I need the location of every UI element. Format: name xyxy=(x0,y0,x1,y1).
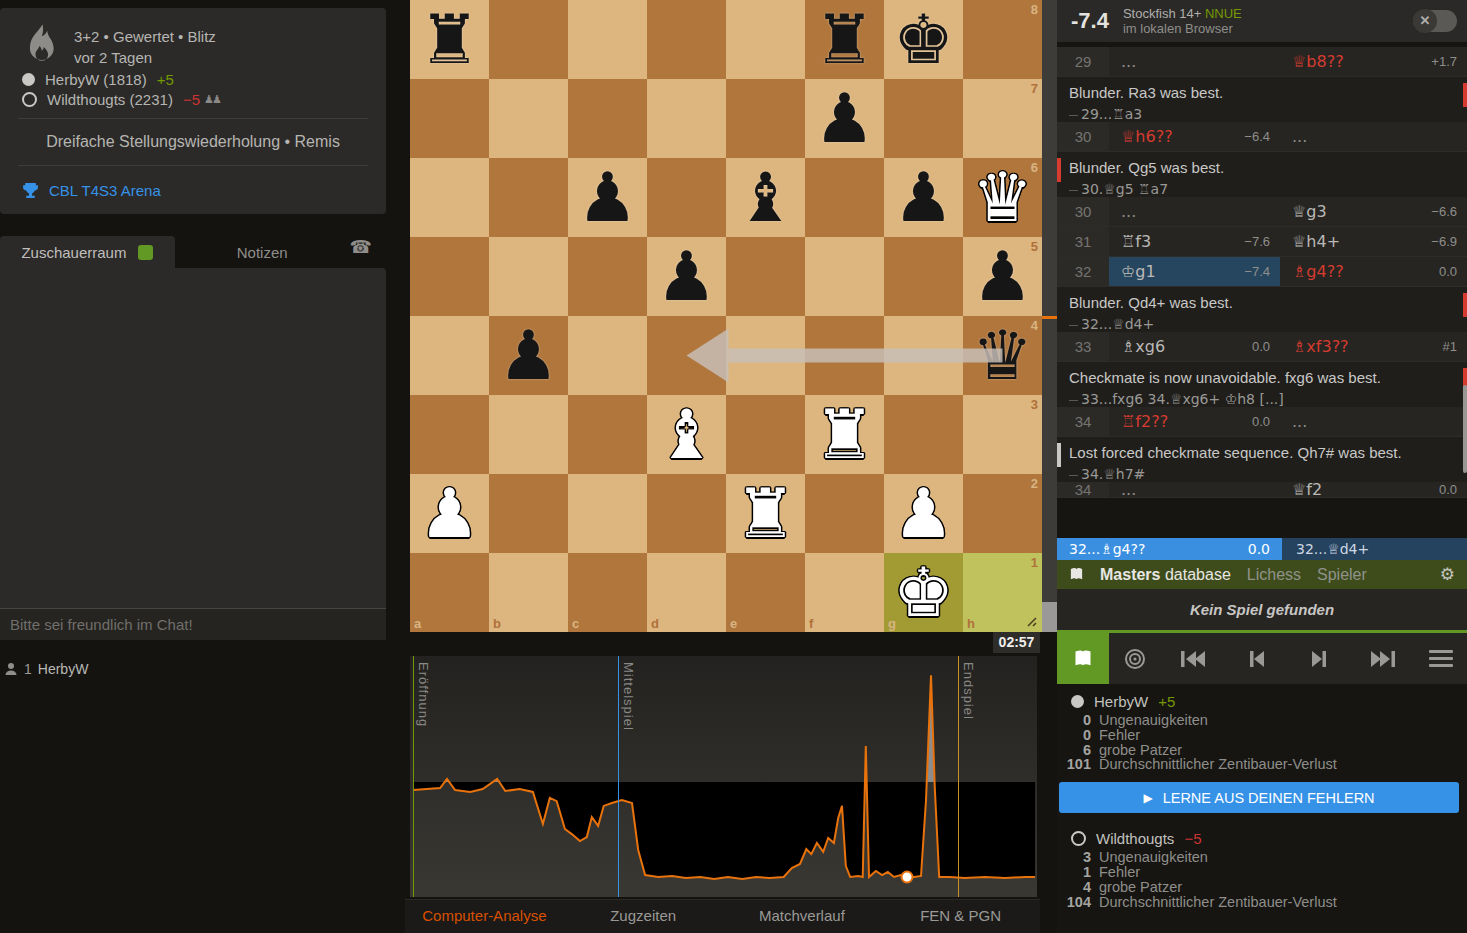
white-player-line[interactable]: HerbyW (1818) +5 xyxy=(0,68,386,88)
target-icon xyxy=(1124,648,1146,670)
pawns-icon: ♟♟ xyxy=(204,93,220,106)
black-stats-change: −5 xyxy=(1184,831,1201,846)
square-h4[interactable]: ♛4 xyxy=(963,316,1042,395)
database-empty-message: Kein Spiel gefunden xyxy=(1057,589,1467,633)
square-a7[interactable] xyxy=(410,79,489,158)
stat-label: Ungenauigkeiten xyxy=(1099,850,1208,865)
engine-name: Stockfish 14+ NNUE im lokalen Browser xyxy=(1123,6,1399,36)
move-number: 34 xyxy=(1057,482,1109,497)
file-label-f: f xyxy=(809,616,813,631)
black-player-name: Wildthougts (2231) xyxy=(47,91,173,108)
square-a6[interactable] xyxy=(410,158,489,237)
square-d7[interactable] xyxy=(647,79,726,158)
move-eval: −6.6 xyxy=(1431,204,1457,219)
white-move-cell[interactable]: ♕h6??−6.4 xyxy=(1109,122,1280,151)
rank-label-7: 7 xyxy=(1031,81,1038,96)
menu-button[interactable] xyxy=(1415,633,1467,684)
move-eval: 0.0 xyxy=(1252,414,1270,429)
bottom-toolbar xyxy=(1057,633,1467,684)
engine-name-text: Stockfish 14+ xyxy=(1123,6,1201,21)
square-f6[interactable] xyxy=(805,158,884,237)
skip-to-end-icon xyxy=(1369,650,1397,668)
move-number: 29 xyxy=(1057,47,1109,76)
file-label-g: g xyxy=(888,616,896,631)
piece-black-pawn-g6[interactable]: ♟ xyxy=(884,158,963,237)
phase-line-eröffnung xyxy=(413,656,414,897)
square-a5[interactable] xyxy=(410,237,489,316)
first-move-button[interactable] xyxy=(1161,633,1225,684)
person-icon xyxy=(4,662,18,676)
phase-label: Mittelspiel xyxy=(621,662,636,731)
square-e8[interactable] xyxy=(726,0,805,79)
square-b3[interactable] xyxy=(489,395,568,474)
square-d2[interactable] xyxy=(647,474,726,553)
stat-value: 1 xyxy=(1057,865,1091,880)
annotation-comment: Blunder. Qd4+ was best.32...♕d4+ xyxy=(1057,287,1467,332)
black-disc-icon xyxy=(22,92,37,107)
move-san: ♖f3 xyxy=(1121,232,1151,251)
square-a8[interactable]: ♜ xyxy=(410,0,489,79)
file-label-b: b xyxy=(493,616,501,631)
divider xyxy=(18,118,368,119)
move-eval: #1 xyxy=(1443,339,1457,354)
next-move-button[interactable] xyxy=(1288,633,1352,684)
square-g6[interactable]: ♟ xyxy=(884,158,963,237)
move-san: ♗xf3?? xyxy=(1292,337,1349,356)
clock: 02:57 xyxy=(993,632,1040,653)
square-c6[interactable]: ♟ xyxy=(568,158,647,237)
step-forward-icon xyxy=(1311,650,1329,668)
stat-value: 104 xyxy=(1057,895,1091,910)
square-e6[interactable]: ♝ xyxy=(726,158,805,237)
white-player-stats: HerbyW +5 0Ungenauigkeiten0Fehler6grobe … xyxy=(1057,684,1467,772)
move-san: ... xyxy=(1292,127,1307,146)
annotation-comment: Lost forced checkmate sequence. Qh7# was… xyxy=(1057,437,1467,482)
practice-target-button[interactable] xyxy=(1109,633,1161,684)
white-move-cell[interactable]: ... xyxy=(1109,197,1280,226)
stat-line: 0Fehler xyxy=(1057,728,1467,743)
engine-nnue-badge: NNUE xyxy=(1205,6,1242,21)
black-move-cell[interactable]: ♕h4+−6.9 xyxy=(1280,227,1467,256)
move-san: ... xyxy=(1292,412,1307,431)
phase-label: Eröffnung xyxy=(416,662,431,727)
move-san: ♗g4?? xyxy=(1292,262,1344,281)
analysis-panel: -7.4 Stockfish 14+ NNUE im lokalen Brows… xyxy=(1057,0,1467,933)
square-c1[interactable]: c xyxy=(568,553,647,632)
square-d3[interactable]: ♝ xyxy=(647,395,726,474)
white-move-cell[interactable]: ... xyxy=(1109,47,1280,76)
rank-label-1: 1 xyxy=(1031,555,1038,570)
rank-label-6: 6 xyxy=(1031,160,1038,175)
square-h6[interactable]: ♛6 xyxy=(963,158,1042,237)
context-current-move[interactable]: 32...♗g4?? 0.0 xyxy=(1057,538,1282,560)
rank-label-2: 2 xyxy=(1031,476,1038,491)
stat-line: 104Durchschnittlicher Zentibauer-Verlust xyxy=(1057,895,1467,910)
move-row-31: 31♖f3−7.6♕h4+−6.9 xyxy=(1057,227,1467,257)
stat-value: 4 xyxy=(1057,880,1091,895)
square-h8[interactable]: 8 xyxy=(963,0,1042,79)
move-eval: −6.4 xyxy=(1244,129,1270,144)
white-move-cell[interactable]: ♔g1−7.4 xyxy=(1109,257,1280,286)
learn-from-mistakes-button[interactable]: ▶ LERNE AUS DEINEN FEHLERN xyxy=(1059,782,1459,813)
chess-board[interactable]: ♜♜♚8♟7♟♝♟♛6♟♟5♟♛4♝♜3♟♜♟2abcdef♚gh1 xyxy=(410,0,1042,632)
divider xyxy=(18,165,368,166)
square-h2[interactable]: 2 xyxy=(963,474,1042,553)
move-san: ♕b8?? xyxy=(1292,52,1344,71)
move-san: ... xyxy=(1121,52,1136,71)
opening-book-button[interactable] xyxy=(1057,633,1109,684)
current-move-dot xyxy=(901,870,914,883)
piece-black-rook-a8[interactable]: ♜ xyxy=(410,0,489,79)
move-san: ♖f2?? xyxy=(1121,412,1168,431)
stat-line: 3Ungenauigkeiten xyxy=(1057,850,1467,865)
piece-black-pawn-b4[interactable]: ♟ xyxy=(489,316,568,395)
comment-text: Lost forced checkmate sequence. Qh7# was… xyxy=(1069,444,1455,461)
stat-label: Durchschnittlicher Zentibauer-Verlust xyxy=(1099,757,1337,772)
square-b2[interactable] xyxy=(489,474,568,553)
stat-label: grobe Patzer xyxy=(1099,880,1182,895)
move-san: ♕g3 xyxy=(1292,202,1327,221)
square-h7[interactable]: 7 xyxy=(963,79,1042,158)
variation-line[interactable]: 34.♕h7# xyxy=(1069,466,1455,482)
piece-black-bishop-e6[interactable]: ♝ xyxy=(726,158,805,237)
stat-label: Durchschnittlicher Zentibauer-Verlust xyxy=(1099,895,1337,910)
chat-members-row: 1 HerbyW xyxy=(4,658,384,680)
move-eval: 0.0 xyxy=(1439,482,1457,497)
move-san: ... xyxy=(1121,202,1136,221)
move-row-30: 30...♕g3−6.6 xyxy=(1057,197,1467,227)
members-count: 1 xyxy=(24,661,32,677)
square-f5[interactable] xyxy=(805,237,884,316)
piece-white-pawn-g2[interactable]: ♟ xyxy=(884,474,963,553)
move-eval: −7.4 xyxy=(1244,264,1270,279)
square-c4[interactable] xyxy=(568,316,647,395)
white-stats-change: +5 xyxy=(1158,694,1175,709)
move-san: ... xyxy=(1121,482,1136,498)
play-icon: ▶ xyxy=(1143,791,1152,805)
black-move-cell[interactable]: ... xyxy=(1280,122,1467,151)
phase-line-endspiel xyxy=(958,656,959,897)
context-current-eval: 0.0 xyxy=(1248,541,1270,557)
black-move-cell[interactable]: ♕b8??+1.7 xyxy=(1280,47,1467,76)
last-move-button[interactable] xyxy=(1352,633,1416,684)
move-san: ♕f2 xyxy=(1292,482,1322,498)
learn-button-label: LERNE AUS DEINEN FEHLERN xyxy=(1163,790,1375,806)
move-eval: −7.6 xyxy=(1244,234,1270,249)
square-d5[interactable]: ♟ xyxy=(647,237,726,316)
move-row-34: 34...♕f20.0 xyxy=(1057,482,1467,498)
database-header: Masters database Lichess Spieler ⚙ xyxy=(1057,560,1467,589)
piece-black-pawn-f7[interactable]: ♟ xyxy=(805,79,884,158)
file-label-h: h xyxy=(967,616,975,631)
move-row-34: 34♖f2??0.0... xyxy=(1057,407,1467,437)
engine-eval: -7.4 xyxy=(1071,8,1109,34)
white-move-cell[interactable]: ♗xg60.0 xyxy=(1109,332,1280,361)
analysis-tabs: Computer-AnalyseZugzeitenMatchverlaufFEN… xyxy=(405,899,1040,933)
eval-gauge-white-share xyxy=(1042,602,1057,632)
tab-spectators[interactable]: Zuschauerraum xyxy=(0,236,175,268)
square-b8[interactable] xyxy=(489,0,568,79)
judgment-bar xyxy=(1057,443,1061,467)
square-h5[interactable]: ♟5 xyxy=(963,237,1042,316)
square-g2[interactable]: ♟ xyxy=(884,474,963,553)
phase-line-mittelspiel xyxy=(618,656,619,897)
square-h3[interactable]: 3 xyxy=(963,395,1042,474)
stat-line: 4grobe Patzer xyxy=(1057,880,1467,895)
move-row-32: 32♔g1−7.4♗g4??0.0 xyxy=(1057,257,1467,287)
move-row-33: 33♗xg60.0♗xf3??#1 xyxy=(1057,332,1467,362)
square-g5[interactable] xyxy=(884,237,963,316)
stat-value: 6 xyxy=(1057,743,1091,758)
tab-fen-pgn[interactable]: FEN & PGN xyxy=(881,900,1040,933)
stat-label: Ungenauigkeiten xyxy=(1099,713,1208,728)
move-number: 30 xyxy=(1057,122,1109,151)
white-disc-icon xyxy=(22,73,35,86)
gear-icon[interactable]: ⚙ xyxy=(1440,564,1455,585)
square-e7[interactable] xyxy=(726,79,805,158)
db-tab-masters[interactable]: Masters database xyxy=(1100,566,1231,584)
db-tab-lichess[interactable]: Lichess xyxy=(1247,566,1301,584)
piece-white-pawn-a2[interactable]: ♟ xyxy=(410,474,489,553)
square-a4[interactable] xyxy=(410,316,489,395)
db-tab-player[interactable]: Spieler xyxy=(1317,566,1367,584)
tab-computer-analyse[interactable]: Computer-Analyse xyxy=(405,900,564,933)
lichess-analysis-page: 3+2 • Gewertet • Blitz vor 2 Tagen Herby… xyxy=(0,0,1467,933)
square-f8[interactable]: ♜ xyxy=(805,0,884,79)
tab-zugzeiten[interactable]: Zugzeiten xyxy=(564,900,723,933)
eval-gauge xyxy=(1042,0,1057,632)
square-c7[interactable] xyxy=(568,79,647,158)
context-best-san: 32...♕d4+ xyxy=(1296,541,1369,557)
tab-notes[interactable]: Notizen xyxy=(175,236,350,268)
square-g8[interactable]: ♚ xyxy=(884,0,963,79)
move-eval: 0.0 xyxy=(1439,264,1457,279)
tab-matchverlauf[interactable]: Matchverlauf xyxy=(723,900,882,933)
time-control: 3+2 • Gewertet • Blitz xyxy=(74,26,216,47)
square-b6[interactable] xyxy=(489,158,568,237)
square-g7[interactable] xyxy=(884,79,963,158)
variation-line[interactable]: 29...♖a3 xyxy=(1069,106,1455,122)
square-c2[interactable] xyxy=(568,474,647,553)
tab-spectators-label: Zuschauerraum xyxy=(21,244,126,261)
piece-white-bishop-d3[interactable]: ♝ xyxy=(647,395,726,474)
variation-line[interactable]: 33...fxg6 34.♕xg6+ ♔h8 [...] xyxy=(1069,391,1455,407)
square-f2[interactable] xyxy=(805,474,884,553)
book-icon xyxy=(1073,649,1093,669)
square-d4[interactable] xyxy=(647,316,726,395)
white-move-cell[interactable]: ♖f2??0.0 xyxy=(1109,407,1280,436)
move-number: 31 xyxy=(1057,227,1109,256)
white-disc-icon xyxy=(1071,695,1084,708)
previous-move-button[interactable] xyxy=(1225,633,1289,684)
rank-label-8: 8 xyxy=(1031,2,1038,17)
tab-notes-label: Notizen xyxy=(237,244,288,261)
stat-value: 101 xyxy=(1057,757,1091,772)
move-san: ♕h6?? xyxy=(1121,127,1173,146)
piece-black-pawn-c6[interactable]: ♟ xyxy=(568,158,647,237)
square-g4[interactable] xyxy=(884,316,963,395)
black-move-cell[interactable]: ♕g3−6.6 xyxy=(1280,197,1467,226)
member-name[interactable]: HerbyW xyxy=(38,661,89,677)
game-date: vor 2 Tagen xyxy=(74,47,216,68)
move-san: ♗xg6 xyxy=(1121,337,1165,356)
file-label-a: a xyxy=(414,616,421,631)
file-label-c: c xyxy=(572,616,579,631)
black-player-line[interactable]: Wildthougts (2231) −5 ♟♟ xyxy=(0,88,386,108)
move-eval: +1.7 xyxy=(1431,54,1457,69)
square-d1[interactable]: d xyxy=(647,553,726,632)
context-bar: 32...♗g4?? 0.0 32...♕d4+ xyxy=(1057,538,1467,560)
piece-white-rook-e2[interactable]: ♜ xyxy=(726,474,805,553)
judgment-bar xyxy=(1463,83,1467,107)
piece-white-rook-f3[interactable]: ♜ xyxy=(805,395,884,474)
stat-line: 6grobe Patzer xyxy=(1057,743,1467,758)
square-d8[interactable] xyxy=(647,0,726,79)
square-a1[interactable]: a xyxy=(410,553,489,632)
phase-label: Endspiel xyxy=(961,662,976,720)
square-b1[interactable]: b xyxy=(489,553,568,632)
square-c8[interactable] xyxy=(568,0,647,79)
square-g3[interactable] xyxy=(884,395,963,474)
square-d6[interactable] xyxy=(647,158,726,237)
black-move-cell[interactable]: ... xyxy=(1280,407,1467,436)
move-san: ♔g1 xyxy=(1121,262,1156,281)
engine-toggle[interactable]: ✕ xyxy=(1413,10,1457,32)
annotation-comment: Checkmate is now unavoidable. fxg6 was b… xyxy=(1057,362,1467,407)
skip-to-start-icon xyxy=(1179,650,1207,668)
chat-toggle-indicator[interactable] xyxy=(138,245,153,260)
judgment-bar xyxy=(1463,293,1467,317)
context-current-san: 32...♗g4?? xyxy=(1069,541,1145,557)
square-g1[interactable]: ♚g xyxy=(884,553,963,632)
square-f1[interactable]: f xyxy=(805,553,884,632)
white-move-cell[interactable]: ♖f3−7.6 xyxy=(1109,227,1280,256)
stat-value: 0 xyxy=(1057,713,1091,728)
black-move-cell[interactable]: ♗g4??0.0 xyxy=(1280,257,1467,286)
square-c3[interactable] xyxy=(568,395,647,474)
move-list: 29...♕b8??+1.7Blunder. Ra3 was best.29..… xyxy=(1057,47,1467,538)
move-eval: 0.0 xyxy=(1252,339,1270,354)
rank-label-3: 3 xyxy=(1031,397,1038,412)
stat-value: 3 xyxy=(1057,850,1091,865)
black-move-cell[interactable]: ♕f20.0 xyxy=(1280,482,1467,497)
stat-line: 1Fehler xyxy=(1057,865,1467,880)
blitz-flame-icon xyxy=(22,22,60,68)
black-move-cell[interactable]: ♗xf3??#1 xyxy=(1280,332,1467,361)
move-list-scrollbar[interactable] xyxy=(1463,385,1467,473)
chat-input[interactable]: Bitte sei freundlich im Chat! xyxy=(0,608,386,640)
variation-line[interactable]: 30.♕g5 ♖a7 xyxy=(1069,181,1455,197)
move-number: 30 xyxy=(1057,197,1109,226)
rank-label-4: 4 xyxy=(1031,318,1038,333)
comment-text: Checkmate is now unavoidable. fxg6 was b… xyxy=(1069,369,1455,386)
trophy-icon xyxy=(22,182,39,199)
square-f7[interactable]: ♟ xyxy=(805,79,884,158)
square-b4[interactable]: ♟ xyxy=(489,316,568,395)
context-best-move[interactable]: 32...♕d4+ xyxy=(1282,538,1467,560)
engine-toggle-knob: ✕ xyxy=(1413,9,1437,33)
square-e3[interactable] xyxy=(726,395,805,474)
chat-box: Bitte sei freundlich im Chat! xyxy=(0,268,386,640)
square-h1[interactable]: h1 xyxy=(963,553,1042,632)
stat-label: Fehler xyxy=(1099,865,1140,880)
stat-value: 0 xyxy=(1057,728,1091,743)
comment-text: Blunder. Qd4+ was best. xyxy=(1069,294,1455,311)
square-e1[interactable]: e xyxy=(726,553,805,632)
move-row-30: 30♕h6??−6.4... xyxy=(1057,122,1467,152)
stat-line: 101Durchschnittlicher Zentibauer-Verlust xyxy=(1057,757,1467,772)
book-icon xyxy=(1069,567,1084,582)
engine-header: -7.4 Stockfish 14+ NNUE im lokalen Brows… xyxy=(1057,0,1467,42)
comment-text: Blunder. Ra3 was best. xyxy=(1069,84,1455,101)
black-stats-name: Wildthougts xyxy=(1096,831,1174,846)
piece-black-king-g8[interactable]: ♚ xyxy=(884,0,963,79)
step-back-icon xyxy=(1247,650,1265,668)
square-c5[interactable] xyxy=(568,237,647,316)
square-b7[interactable] xyxy=(489,79,568,158)
file-label-d: d xyxy=(651,616,659,631)
square-f3[interactable]: ♜ xyxy=(805,395,884,474)
eval-graph[interactable]: EröffnungMittelspielEndspiel xyxy=(410,656,1037,897)
white-move-cell[interactable]: ... xyxy=(1109,482,1280,497)
comment-text: Blunder. Qg5 was best. xyxy=(1069,159,1455,176)
stat-label: Fehler xyxy=(1099,728,1140,743)
tournament-link[interactable]: CBL T4S3 Arena xyxy=(49,182,161,199)
annotation-comment: Blunder. Qg5 was best.30.♕g5 ♖a7 xyxy=(1057,152,1467,197)
move-number: 34 xyxy=(1057,407,1109,436)
white-player-name: HerbyW (1818) xyxy=(45,71,147,88)
stat-label: grobe Patzer xyxy=(1099,743,1182,758)
rank-label-5: 5 xyxy=(1031,239,1038,254)
square-e2[interactable]: ♜ xyxy=(726,474,805,553)
judgment-bar xyxy=(1057,158,1061,182)
move-eval: −6.9 xyxy=(1431,234,1457,249)
eval-gauge-mid-tick xyxy=(1042,316,1057,319)
square-a2[interactable]: ♟ xyxy=(410,474,489,553)
black-rating-change: −5 xyxy=(183,91,200,108)
phone-icon[interactable]: ☎ xyxy=(350,236,386,268)
annotation-comment: Blunder. Ra3 was best.29...♖a3 xyxy=(1057,77,1467,122)
square-e5[interactable] xyxy=(726,237,805,316)
engine-location: im lokalen Browser xyxy=(1123,21,1233,36)
move-san: ♕h4+ xyxy=(1292,232,1340,251)
white-rating-change: +5 xyxy=(157,71,174,88)
move-number: 32 xyxy=(1057,257,1109,286)
square-b5[interactable] xyxy=(489,237,568,316)
file-label-e: e xyxy=(730,616,737,631)
stat-line: 0Ungenauigkeiten xyxy=(1057,713,1467,728)
variation-line[interactable]: 32...♕d4+ xyxy=(1069,316,1455,332)
move-number: 33 xyxy=(1057,332,1109,361)
move-row-29: 29...♕b8??+1.7 xyxy=(1057,47,1467,77)
white-stats-name: HerbyW xyxy=(1094,694,1148,709)
piece-black-rook-f8[interactable]: ♜ xyxy=(805,0,884,79)
square-e4[interactable] xyxy=(726,316,805,395)
piece-black-pawn-d5[interactable]: ♟ xyxy=(647,237,726,316)
square-f4[interactable] xyxy=(805,316,884,395)
black-player-stats: Wildthougts −5 3Ungenauigkeiten1Fehler4g… xyxy=(1057,821,1467,909)
game-result: Dreifache Stellungswiederholung • Remis xyxy=(0,129,386,155)
black-disc-icon xyxy=(1071,831,1086,846)
game-meta-box: 3+2 • Gewertet • Blitz vor 2 Tagen Herby… xyxy=(0,8,386,214)
square-a3[interactable] xyxy=(410,395,489,474)
